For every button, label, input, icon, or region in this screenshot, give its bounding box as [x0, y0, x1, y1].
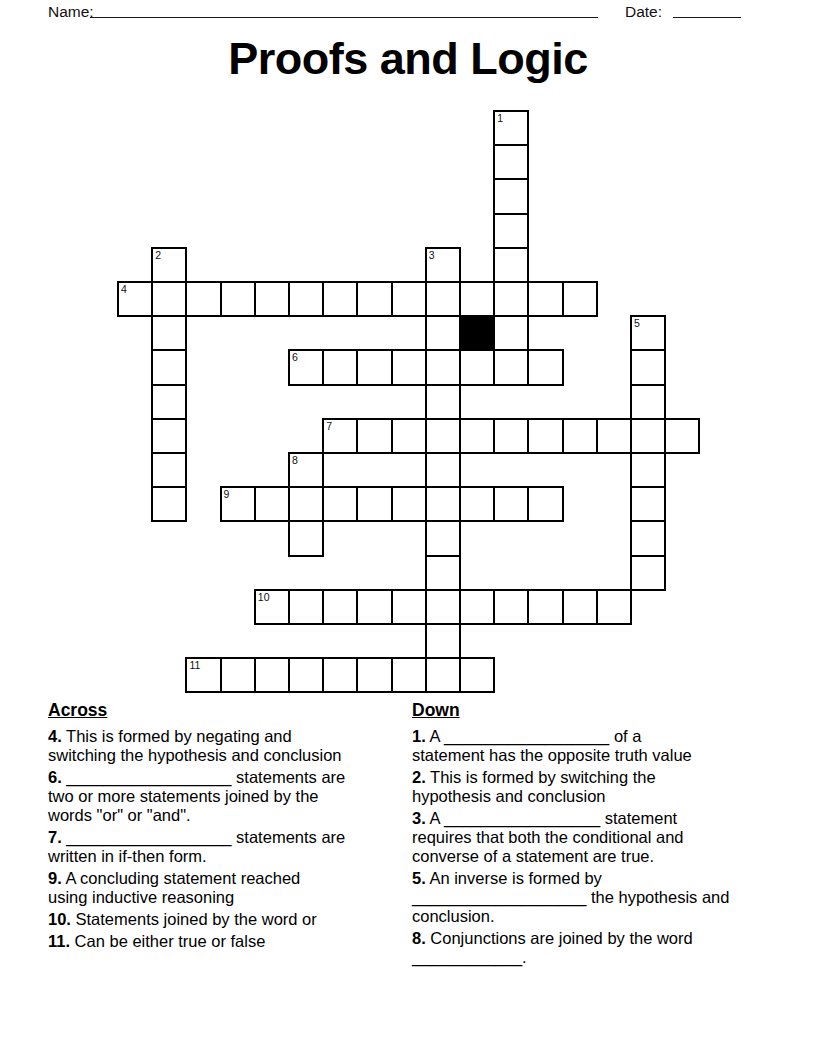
grid-cell[interactable] — [425, 555, 461, 591]
clue-text: A __________________ of a statement has … — [412, 727, 692, 764]
clue-number: 9 — [224, 488, 230, 500]
grid-cell[interactable] — [493, 144, 529, 180]
grid-cell[interactable] — [288, 589, 324, 625]
grid-cell[interactable] — [493, 213, 529, 249]
clue-num-label: 1. — [412, 727, 426, 745]
grid-cell[interactable] — [493, 486, 529, 522]
grid-cell[interactable] — [391, 418, 427, 454]
grid-cell[interactable] — [391, 589, 427, 625]
grid-cell[interactable] — [459, 657, 495, 693]
grid-cell[interactable] — [356, 281, 392, 317]
date-label: Date: — [625, 3, 662, 21]
grid-cell[interactable] — [630, 520, 666, 556]
across-clue-4: 4. This is formed by negating and switch… — [48, 727, 410, 765]
down-clue-5: 5. An inverse is formed by _____________… — [412, 869, 764, 926]
grid-cell[interactable] — [493, 349, 529, 385]
grid-cell[interactable] — [322, 657, 358, 693]
grid-cell[interactable] — [151, 418, 187, 454]
grid-cell[interactable] — [185, 281, 221, 317]
clue-text: Statements joined by the word or — [71, 910, 317, 928]
clue-num-label: 10. — [48, 910, 71, 928]
grid-cell[interactable] — [562, 418, 598, 454]
clue-number: 7 — [326, 420, 332, 432]
across-clue-11: 11. Can be either true or false — [48, 932, 410, 951]
clue-text: __________________ statements are writte… — [48, 828, 345, 865]
clue-num-label: 7. — [48, 828, 62, 846]
grid-cell[interactable]: 7 — [322, 418, 358, 454]
grid-cell[interactable] — [151, 452, 187, 488]
grid-cell[interactable] — [151, 486, 187, 522]
down-clue-8: 8. Conjunctions are joined by the word _… — [412, 929, 764, 967]
clue-number: 8 — [292, 454, 298, 466]
grid-cell[interactable] — [630, 349, 666, 385]
grid-cell[interactable]: 3 — [425, 247, 461, 283]
grid-cell[interactable] — [459, 486, 495, 522]
grid-cell[interactable] — [630, 384, 666, 420]
grid-cell[interactable] — [356, 349, 392, 385]
grid-cell[interactable] — [493, 589, 529, 625]
clue-num-label: 11. — [48, 932, 70, 950]
grid-cell[interactable] — [493, 315, 529, 351]
crossword-grid: 1234567891011 — [117, 110, 701, 694]
clue-num-label: 8. — [412, 929, 426, 947]
grid-cell[interactable] — [425, 315, 461, 351]
clue-num-label: 5. — [412, 869, 426, 887]
grid-cell[interactable] — [459, 418, 495, 454]
grid-cell[interactable] — [254, 281, 290, 317]
grid-cell[interactable] — [391, 657, 427, 693]
grid-cell[interactable] — [151, 349, 187, 385]
black-cell — [459, 315, 495, 351]
clue-num-label: 3. — [412, 809, 426, 827]
grid-cell[interactable] — [527, 486, 563, 522]
grid-cell[interactable] — [391, 281, 427, 317]
grid-cell[interactable]: 1 — [493, 110, 529, 146]
grid-cell[interactable]: 5 — [630, 315, 666, 351]
grid-cell[interactable] — [459, 589, 495, 625]
clue-number: 1 — [497, 112, 503, 124]
grid-cell[interactable] — [493, 281, 529, 317]
name-label: Name: — [48, 3, 94, 21]
grid-cell[interactable] — [151, 315, 187, 351]
grid-cell[interactable] — [562, 281, 598, 317]
grid-cell[interactable]: 8 — [288, 452, 324, 488]
worksheet-page: Name: Date: Proofs and Logic 12345678910… — [0, 0, 816, 1056]
grid-cell[interactable] — [322, 281, 358, 317]
grid-cell[interactable] — [630, 555, 666, 591]
grid-cell[interactable] — [254, 657, 290, 693]
grid-cell[interactable] — [322, 349, 358, 385]
across-clue-9: 9. A concluding statement reached using … — [48, 869, 410, 907]
grid-cell[interactable] — [151, 384, 187, 420]
across-clue-7: 7. __________________ statements are wri… — [48, 828, 410, 866]
down-clue-1: 1. A __________________ of a statement h… — [412, 727, 764, 765]
clue-num-label: 6. — [48, 768, 62, 786]
grid-cell[interactable] — [493, 178, 529, 214]
grid-cell[interactable] — [322, 486, 358, 522]
grid-cell[interactable] — [664, 418, 700, 454]
down-clues-section: Down 1. A __________________ of a statem… — [412, 700, 764, 970]
clue-number: 5 — [634, 317, 640, 329]
grid-cell[interactable] — [493, 247, 529, 283]
grid-cell[interactable] — [527, 281, 563, 317]
grid-cell[interactable] — [562, 589, 598, 625]
grid-cell[interactable] — [391, 349, 427, 385]
grid-cell[interactable] — [288, 657, 324, 693]
grid-cell[interactable] — [288, 281, 324, 317]
grid-cell[interactable]: 6 — [288, 349, 324, 385]
grid-cell[interactable] — [527, 349, 563, 385]
clue-text: __________________ statements are two or… — [48, 768, 345, 824]
grid-cell[interactable] — [596, 589, 632, 625]
grid-cell[interactable] — [151, 281, 187, 317]
grid-cell[interactable] — [356, 486, 392, 522]
grid-cell[interactable] — [425, 384, 461, 420]
grid-cell[interactable]: 10 — [254, 589, 290, 625]
grid-cell[interactable] — [220, 657, 256, 693]
grid-cell[interactable]: 11 — [185, 657, 221, 693]
grid-cell[interactable] — [527, 589, 563, 625]
clue-text: This is formed by negating and switching… — [48, 727, 342, 764]
grid-cell[interactable] — [630, 418, 666, 454]
grid-cell[interactable]: 9 — [220, 486, 256, 522]
grid-cell[interactable] — [288, 486, 324, 522]
grid-cell[interactable] — [391, 486, 427, 522]
clue-num-label: 9. — [48, 869, 62, 887]
down-clue-3: 3. A _________________ statement require… — [412, 809, 764, 866]
grid-cell[interactable] — [425, 452, 461, 488]
across-clues-section: Across 4. This is formed by negating and… — [48, 700, 410, 954]
grid-cell[interactable] — [425, 623, 461, 659]
name-blank-line[interactable] — [90, 0, 598, 18]
grid-cell[interactable] — [425, 520, 461, 556]
clue-number: 6 — [292, 351, 298, 363]
clue-text: A _________________ statement requires t… — [412, 809, 684, 865]
clue-text: An inverse is formed by ________________… — [412, 869, 729, 925]
across-clue-10: 10. Statements joined by the word or — [48, 910, 410, 929]
grid-cell[interactable] — [356, 418, 392, 454]
date-blank-line[interactable] — [673, 0, 741, 18]
clue-num-label: 2. — [412, 768, 426, 786]
clue-number: 11 — [189, 659, 200, 671]
clue-num-label: 4. — [48, 727, 62, 745]
grid-cell[interactable] — [425, 657, 461, 693]
clue-number: 10 — [258, 591, 270, 603]
clue-text: A concluding statement reached using ind… — [48, 869, 300, 906]
across-clue-list: 4. This is formed by negating and switch… — [48, 727, 410, 951]
down-clue-2: 2. This is formed by switching the hypot… — [412, 768, 764, 806]
grid-cell[interactable]: 4 — [117, 281, 153, 317]
grid-cell[interactable] — [356, 657, 392, 693]
grid-cell[interactable] — [493, 418, 529, 454]
grid-cell[interactable] — [630, 452, 666, 488]
down-heading: Down — [412, 700, 764, 721]
clue-number: 4 — [121, 283, 127, 295]
grid-cell[interactable] — [527, 418, 563, 454]
grid-cell[interactable] — [596, 418, 632, 454]
clue-number: 3 — [429, 249, 435, 261]
across-clue-6: 6. __________________ statements are two… — [48, 768, 410, 825]
clue-number: 2 — [155, 249, 161, 261]
grid-cell[interactable] — [630, 486, 666, 522]
down-clue-list: 1. A __________________ of a statement h… — [412, 727, 764, 967]
grid-cell[interactable]: 2 — [151, 247, 187, 283]
grid-cell[interactable] — [459, 281, 495, 317]
grid-cell[interactable] — [425, 589, 461, 625]
grid-cell[interactable] — [425, 281, 461, 317]
grid-cell[interactable] — [425, 486, 461, 522]
grid-cell[interactable] — [459, 349, 495, 385]
across-heading: Across — [48, 700, 410, 721]
grid-cell[interactable] — [425, 349, 461, 385]
grid-cell[interactable] — [322, 589, 358, 625]
clue-text: This is formed by switching the hypothes… — [412, 768, 656, 805]
grid-cell[interactable] — [425, 418, 461, 454]
grid-cell[interactable] — [220, 281, 256, 317]
grid-cell[interactable] — [254, 486, 290, 522]
grid-cell[interactable] — [288, 520, 324, 556]
clue-text: Conjunctions are joined by the word ____… — [412, 929, 693, 966]
grid-cell[interactable] — [356, 589, 392, 625]
page-title: Proofs and Logic — [0, 33, 816, 85]
clue-text: Can be either true or false — [70, 932, 265, 950]
